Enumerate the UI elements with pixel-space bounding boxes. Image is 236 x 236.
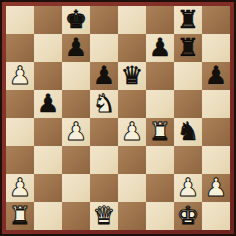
square-e5[interactable] (118, 90, 146, 118)
square-e3[interactable] (118, 146, 146, 174)
square-e6[interactable]: ♛ (118, 62, 146, 90)
square-b8[interactable] (34, 6, 62, 34)
piece-black-pawn[interactable]: ♟ (149, 34, 171, 62)
chess-board-border: ♚♜♟♟♜♟♟♛♟♟♞♟♟♜♞♟♟♟♜♛♚ (2, 2, 234, 234)
square-d7[interactable] (90, 34, 118, 62)
square-e4[interactable]: ♟ (118, 118, 146, 146)
square-h1[interactable] (202, 202, 230, 230)
piece-white-pawn[interactable]: ♟ (177, 174, 199, 202)
piece-black-pawn[interactable]: ♟ (65, 34, 87, 62)
piece-white-queen[interactable]: ♛ (93, 202, 115, 230)
square-e8[interactable] (118, 6, 146, 34)
piece-black-pawn[interactable]: ♟ (93, 62, 115, 90)
piece-black-queen[interactable]: ♛ (121, 62, 143, 90)
square-b2[interactable] (34, 174, 62, 202)
square-e7[interactable] (118, 34, 146, 62)
square-f7[interactable]: ♟ (146, 34, 174, 62)
square-g2[interactable]: ♟ (174, 174, 202, 202)
square-f1[interactable] (146, 202, 174, 230)
square-f2[interactable] (146, 174, 174, 202)
square-g8[interactable]: ♜ (174, 6, 202, 34)
square-d4[interactable] (90, 118, 118, 146)
piece-black-pawn[interactable]: ♟ (205, 62, 227, 90)
piece-white-pawn[interactable]: ♟ (9, 174, 31, 202)
square-d6[interactable]: ♟ (90, 62, 118, 90)
square-f5[interactable] (146, 90, 174, 118)
square-d3[interactable] (90, 146, 118, 174)
piece-white-knight[interactable]: ♞ (93, 90, 115, 118)
square-a8[interactable] (6, 6, 34, 34)
square-b3[interactable] (34, 146, 62, 174)
chess-board[interactable]: ♚♜♟♟♜♟♟♛♟♟♞♟♟♜♞♟♟♟♜♛♚ (6, 6, 230, 230)
piece-white-pawn[interactable]: ♟ (205, 174, 227, 202)
square-h4[interactable] (202, 118, 230, 146)
piece-white-rook[interactable]: ♜ (9, 202, 31, 230)
square-b4[interactable] (34, 118, 62, 146)
square-d5[interactable]: ♞ (90, 90, 118, 118)
square-c1[interactable] (62, 202, 90, 230)
square-h8[interactable] (202, 6, 230, 34)
square-c6[interactable] (62, 62, 90, 90)
piece-white-king[interactable]: ♚ (177, 202, 199, 230)
square-f4[interactable]: ♜ (146, 118, 174, 146)
square-f6[interactable] (146, 62, 174, 90)
square-g3[interactable] (174, 146, 202, 174)
piece-black-pawn[interactable]: ♟ (37, 90, 59, 118)
piece-black-rook[interactable]: ♜ (177, 34, 199, 62)
square-h3[interactable] (202, 146, 230, 174)
chess-board-frame: ♚♜♟♟♜♟♟♛♟♟♞♟♟♜♞♟♟♟♜♛♚ (0, 0, 236, 236)
square-g4[interactable]: ♞ (174, 118, 202, 146)
square-a4[interactable] (6, 118, 34, 146)
square-f3[interactable] (146, 146, 174, 174)
square-b6[interactable] (34, 62, 62, 90)
square-e1[interactable] (118, 202, 146, 230)
square-d1[interactable]: ♛ (90, 202, 118, 230)
square-h2[interactable]: ♟ (202, 174, 230, 202)
square-b1[interactable] (34, 202, 62, 230)
square-c7[interactable]: ♟ (62, 34, 90, 62)
square-h6[interactable]: ♟ (202, 62, 230, 90)
piece-black-king[interactable]: ♚ (65, 6, 87, 34)
square-c2[interactable] (62, 174, 90, 202)
square-c5[interactable] (62, 90, 90, 118)
piece-white-pawn[interactable]: ♟ (121, 118, 143, 146)
square-c3[interactable] (62, 146, 90, 174)
square-a5[interactable] (6, 90, 34, 118)
square-a6[interactable]: ♟ (6, 62, 34, 90)
square-a3[interactable] (6, 146, 34, 174)
square-d8[interactable] (90, 6, 118, 34)
square-e2[interactable] (118, 174, 146, 202)
square-a2[interactable]: ♟ (6, 174, 34, 202)
square-h7[interactable] (202, 34, 230, 62)
square-g5[interactable] (174, 90, 202, 118)
square-a1[interactable]: ♜ (6, 202, 34, 230)
square-a7[interactable] (6, 34, 34, 62)
square-h5[interactable] (202, 90, 230, 118)
piece-white-pawn[interactable]: ♟ (65, 118, 87, 146)
piece-black-knight[interactable]: ♞ (177, 118, 199, 146)
square-g1[interactable]: ♚ (174, 202, 202, 230)
square-c8[interactable]: ♚ (62, 6, 90, 34)
square-d2[interactable] (90, 174, 118, 202)
square-b7[interactable] (34, 34, 62, 62)
square-g6[interactable] (174, 62, 202, 90)
piece-white-pawn[interactable]: ♟ (9, 62, 31, 90)
piece-white-rook[interactable]: ♜ (149, 118, 171, 146)
square-c4[interactable]: ♟ (62, 118, 90, 146)
square-b5[interactable]: ♟ (34, 90, 62, 118)
piece-black-rook[interactable]: ♜ (177, 6, 199, 34)
square-g7[interactable]: ♜ (174, 34, 202, 62)
square-f8[interactable] (146, 6, 174, 34)
